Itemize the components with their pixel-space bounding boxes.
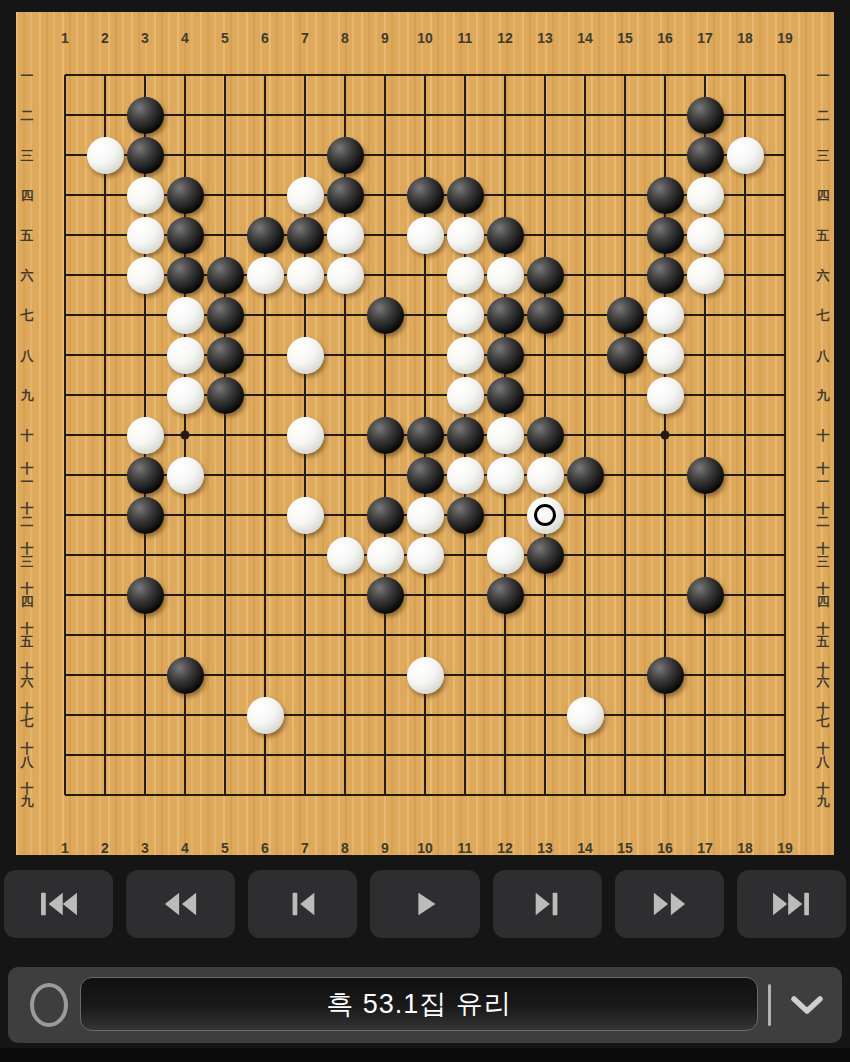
stone-white: [167, 297, 204, 334]
row-label-left: 十五: [18, 622, 36, 648]
stone-black: [487, 217, 524, 254]
row-label-right: 二: [814, 109, 832, 122]
star-point: [181, 431, 190, 440]
stone-white: [287, 177, 324, 214]
stone-white: [287, 497, 324, 534]
col-label-bottom: 2: [101, 840, 109, 856]
col-label-top: 17: [697, 30, 713, 46]
to-start-icon: [36, 887, 82, 921]
col-label-bottom: 5: [221, 840, 229, 856]
col-label-top: 6: [261, 30, 269, 46]
row-label-right: 十七: [814, 702, 832, 728]
stone-black: [447, 417, 484, 454]
stone-white: [447, 217, 484, 254]
stone-black: [327, 177, 364, 214]
stone-white: [247, 697, 284, 734]
row-label-left: 八: [18, 349, 36, 362]
row-label-left: 九: [18, 389, 36, 402]
row-label-left: 十三: [18, 542, 36, 568]
step-back-icon: [280, 887, 326, 921]
stone-white: [407, 497, 444, 534]
stone-black: [607, 337, 644, 374]
col-label-bottom: 19: [777, 840, 793, 856]
row-label-right: 十二: [814, 502, 832, 528]
stone-black: [687, 137, 724, 174]
play-icon: [402, 887, 448, 921]
stone-black: [687, 577, 724, 614]
row-label-right: 九: [814, 389, 832, 402]
row-label-right: 一: [814, 69, 832, 82]
vertical-divider: [768, 984, 771, 1026]
star-point: [661, 431, 670, 440]
stone-black: [607, 297, 644, 334]
stone-black: [527, 257, 564, 294]
stone-white: [287, 417, 324, 454]
stone-black: [487, 337, 524, 374]
step-forward-icon: [524, 887, 570, 921]
row-label-left: 十一: [18, 462, 36, 488]
stone-white: [287, 337, 324, 374]
stone-white: [447, 457, 484, 494]
stone-white: [247, 257, 284, 294]
row-label-right: 十九: [814, 782, 832, 808]
stone-black: [487, 297, 524, 334]
row-label-right: 八: [814, 349, 832, 362]
stone-black: [367, 577, 404, 614]
col-label-bottom: 18: [737, 840, 753, 856]
stone-black: [367, 297, 404, 334]
row-label-left: 十八: [18, 742, 36, 768]
stone-white: [407, 537, 444, 574]
stone-black: [487, 577, 524, 614]
stone-white: [647, 377, 684, 414]
row-label-right: 十一: [814, 462, 832, 488]
stone-black: [407, 417, 444, 454]
col-label-top: 11: [458, 30, 473, 46]
row-label-right: 六: [814, 269, 832, 282]
row-label-right: 十三: [814, 542, 832, 568]
stone-white: [447, 297, 484, 334]
stone-white: [167, 337, 204, 374]
row-label-left: 十七: [18, 702, 36, 728]
stone-white: [567, 697, 604, 734]
col-label-bottom: 4: [181, 840, 189, 856]
col-label-top: 13: [537, 30, 553, 46]
row-label-left: 四: [18, 189, 36, 202]
stone-white: [127, 177, 164, 214]
stone-black: [167, 177, 204, 214]
step-back-button[interactable]: [248, 870, 357, 938]
stone-black: [167, 217, 204, 254]
stone-white: [647, 337, 684, 374]
col-label-top: 14: [577, 30, 593, 46]
stone-black: [407, 457, 444, 494]
col-label-bottom: 7: [301, 840, 309, 856]
col-label-top: 3: [141, 30, 149, 46]
row-label-right: 十六: [814, 662, 832, 688]
stone-white: [687, 177, 724, 214]
stone-black: [367, 417, 404, 454]
step-forward-button[interactable]: [493, 870, 602, 938]
stone-white: [367, 537, 404, 574]
stone-black: [327, 137, 364, 174]
row-label-left: 六: [18, 269, 36, 282]
stone-white: [647, 297, 684, 334]
col-label-bottom: 8: [341, 840, 349, 856]
col-label-top: 15: [617, 30, 633, 46]
stone-black: [287, 217, 324, 254]
row-label-left: 十四: [18, 582, 36, 608]
stone-white: [447, 257, 484, 294]
to-start-button[interactable]: [4, 870, 113, 938]
stone-black: [127, 497, 164, 534]
to-end-button[interactable]: [737, 870, 846, 938]
stone-white: [527, 457, 564, 494]
stone-white: [687, 217, 724, 254]
stone-white: [87, 137, 124, 174]
go-review-screen: 1234567891011121314151617181912345678910…: [0, 0, 850, 1062]
col-label-top: 12: [497, 30, 513, 46]
stone-black: [127, 97, 164, 134]
stone-black: [207, 337, 244, 374]
stone-black: [527, 297, 564, 334]
stone-white: [167, 457, 204, 494]
stone-black: [487, 377, 524, 414]
fast-rewind-icon: [158, 887, 204, 921]
stone-black: [687, 457, 724, 494]
stone-white: [127, 217, 164, 254]
stone-white: [407, 657, 444, 694]
stone-black: [367, 497, 404, 534]
evaluation-text: 흑 53.1집 유리: [81, 978, 757, 1030]
stone-black: [127, 137, 164, 174]
col-label-top: 7: [301, 30, 309, 46]
stone-white: [487, 257, 524, 294]
row-label-left: 一: [18, 69, 36, 82]
col-label-top: 18: [737, 30, 753, 46]
stone-black: [647, 177, 684, 214]
col-label-bottom: 6: [261, 840, 269, 856]
stone-white: [327, 257, 364, 294]
stone-black: [167, 657, 204, 694]
stone-white: [447, 337, 484, 374]
row-label-right: 四: [814, 189, 832, 202]
bottom-strip: [0, 1048, 850, 1062]
stone-black: [247, 217, 284, 254]
stone-black: [207, 257, 244, 294]
stone-white: [447, 377, 484, 414]
col-label-bottom: 3: [141, 840, 149, 856]
stone-black: [167, 257, 204, 294]
stone-white: [487, 537, 524, 574]
row-label-right: 十: [814, 429, 832, 442]
stone-black: [127, 457, 164, 494]
stone-white: [487, 417, 524, 454]
status-bar: 흑 53.1집 유리: [8, 967, 842, 1043]
row-label-right: 十四: [814, 582, 832, 608]
stone-black: [207, 377, 244, 414]
row-label-left: 五: [18, 229, 36, 242]
stone-black: [647, 217, 684, 254]
col-label-bottom: 10: [417, 840, 433, 856]
col-label-bottom: 14: [577, 840, 593, 856]
stone-white: [287, 257, 324, 294]
row-label-right: 十八: [814, 742, 832, 768]
stone-white: [327, 537, 364, 574]
col-label-top: 19: [777, 30, 793, 46]
fast-forward-button[interactable]: [615, 870, 724, 938]
go-board[interactable]: 1234567891011121314151617181912345678910…: [16, 12, 834, 855]
stone-black: [527, 537, 564, 574]
play-button[interactable]: [370, 870, 479, 938]
evaluation-pill: 흑 53.1집 유리: [80, 977, 758, 1031]
col-label-top: 2: [101, 30, 109, 46]
to-end-icon: [768, 887, 814, 921]
stone-black: [407, 177, 444, 214]
row-label-left: 十: [18, 429, 36, 442]
stone-white: [127, 257, 164, 294]
row-label-left: 十二: [18, 502, 36, 528]
stone-black: [687, 97, 724, 134]
col-label-top: 9: [381, 30, 389, 46]
col-label-top: 8: [341, 30, 349, 46]
col-label-top: 1: [61, 30, 69, 46]
fast-forward-icon: [646, 887, 692, 921]
stone-white: [167, 377, 204, 414]
stone-black: [527, 417, 564, 454]
row-label-right: 七: [814, 309, 832, 322]
row-label-left: 十九: [18, 782, 36, 808]
row-label-left: 十六: [18, 662, 36, 688]
stone-black: [647, 657, 684, 694]
stone-white: [407, 217, 444, 254]
col-label-bottom: 17: [697, 840, 713, 856]
stone-white: [687, 257, 724, 294]
col-label-top: 5: [221, 30, 229, 46]
stone-white: [127, 417, 164, 454]
playback-controls: [0, 870, 850, 938]
stone-black: [567, 457, 604, 494]
stone-black: [447, 497, 484, 534]
stone-white: [727, 137, 764, 174]
col-label-bottom: 12: [497, 840, 513, 856]
col-label-bottom: 13: [537, 840, 553, 856]
col-label-bottom: 15: [617, 840, 633, 856]
row-label-left: 七: [18, 309, 36, 322]
col-label-top: 4: [181, 30, 189, 46]
row-label-right: 三: [814, 149, 832, 162]
row-label-left: 二: [18, 109, 36, 122]
stone-white: [487, 457, 524, 494]
row-label-right: 五: [814, 229, 832, 242]
col-label-top: 16: [657, 30, 673, 46]
col-label-bottom: 16: [657, 840, 673, 856]
white-stone-ring-icon: [30, 983, 68, 1027]
row-label-right: 十五: [814, 622, 832, 648]
col-label-bottom: 9: [381, 840, 389, 856]
col-label-top: 10: [417, 30, 433, 46]
fast-rewind-button[interactable]: [126, 870, 235, 938]
stone-white-last-move: [527, 497, 564, 534]
stone-black: [207, 297, 244, 334]
col-label-bottom: 1: [61, 840, 69, 856]
stone-white: [327, 217, 364, 254]
col-label-bottom: 11: [458, 840, 473, 856]
stone-black: [447, 177, 484, 214]
last-move-marker: [534, 504, 556, 526]
stone-black: [647, 257, 684, 294]
chevron-down-icon[interactable]: [790, 996, 824, 1016]
stone-black: [127, 577, 164, 614]
row-label-left: 三: [18, 149, 36, 162]
